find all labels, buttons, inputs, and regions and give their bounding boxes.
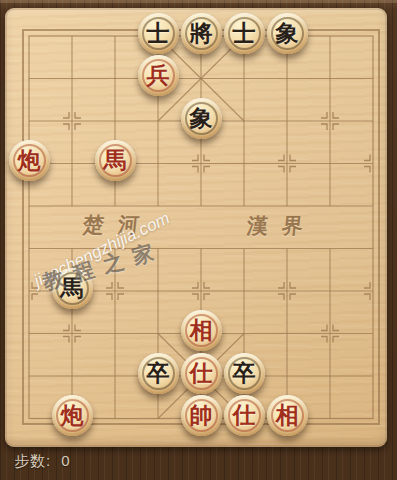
piece-red-elephant[interactable]: 相 <box>181 310 222 351</box>
piece-red-horse[interactable]: 馬 <box>95 140 136 181</box>
xiangqi-app: { "game": "xiangqi", "position": "3akab2… <box>0 0 397 480</box>
piece-black-elephant[interactable]: 象 <box>267 13 308 54</box>
piece-black-horse[interactable]: 馬 <box>52 268 93 309</box>
piece-red-cannon[interactable]: 炮 <box>9 140 50 181</box>
pieces-layer: 士將士象兵象炮馬馬相卒仕卒炮帥仕相 <box>0 0 397 480</box>
piece-black-soldier[interactable]: 卒 <box>138 353 179 394</box>
piece-red-cannon[interactable]: 炮 <box>52 395 93 436</box>
piece-red-general[interactable]: 帥 <box>181 395 222 436</box>
move-count-label: 步数: <box>14 452 51 469</box>
piece-red-elephant[interactable]: 相 <box>267 395 308 436</box>
piece-black-advisor[interactable]: 士 <box>224 13 265 54</box>
piece-black-general[interactable]: 將 <box>181 13 222 54</box>
move-count-value: 0 <box>61 452 70 469</box>
piece-black-soldier[interactable]: 卒 <box>224 353 265 394</box>
piece-black-advisor[interactable]: 士 <box>138 13 179 54</box>
piece-black-elephant[interactable]: 象 <box>181 98 222 139</box>
status-bar: 步数:0 <box>14 452 71 474</box>
piece-red-soldier[interactable]: 兵 <box>138 55 179 96</box>
piece-red-advisor[interactable]: 仕 <box>181 353 222 394</box>
piece-red-advisor[interactable]: 仕 <box>224 395 265 436</box>
